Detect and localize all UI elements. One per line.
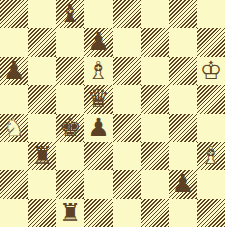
square-d8[interactable] — [84, 0, 112, 28]
chess-board-container: ♝♟♟♝♗♚♔♛♞♘♚♟♜♝♗♟♜ — [0, 0, 225, 227]
piece-glyph: ♟ — [169, 170, 197, 198]
square-a3[interactable] — [0, 142, 28, 170]
black-pawn-icon[interactable]: ♟ — [84, 114, 112, 142]
white-bishop-icon[interactable]: ♝♗ — [197, 142, 225, 170]
square-c5[interactable] — [56, 85, 84, 113]
square-e3[interactable] — [113, 142, 141, 170]
square-d6[interactable]: ♝♗ — [84, 57, 112, 85]
square-b5[interactable] — [28, 85, 56, 113]
square-e7[interactable] — [113, 28, 141, 56]
square-e8[interactable] — [113, 0, 141, 28]
black-pawn-icon[interactable]: ♟ — [169, 170, 197, 198]
square-f7[interactable] — [141, 28, 169, 56]
square-a8[interactable] — [0, 0, 28, 28]
square-d5[interactable]: ♛ — [84, 85, 112, 113]
piece-outline: ♗ — [197, 142, 225, 170]
square-g5[interactable] — [169, 85, 197, 113]
square-b4[interactable] — [28, 114, 56, 142]
square-g1[interactable] — [169, 199, 197, 227]
square-b3[interactable]: ♜ — [28, 142, 56, 170]
square-a1[interactable] — [0, 199, 28, 227]
square-c7[interactable] — [56, 28, 84, 56]
piece-glyph: ♚ — [56, 114, 84, 142]
square-a2[interactable] — [0, 170, 28, 198]
black-king-icon[interactable]: ♚ — [56, 114, 84, 142]
piece-glyph: ♟ — [84, 28, 112, 56]
piece-glyph: ♝ — [56, 0, 84, 28]
square-f6[interactable] — [141, 57, 169, 85]
square-f5[interactable] — [141, 85, 169, 113]
square-g6[interactable] — [169, 57, 197, 85]
chess-board: ♝♟♟♝♗♚♔♛♞♘♚♟♜♝♗♟♜ — [0, 0, 225, 227]
piece-outline: ♗ — [84, 57, 112, 85]
square-g8[interactable] — [169, 0, 197, 28]
square-f4[interactable] — [141, 114, 169, 142]
black-pawn-icon[interactable]: ♟ — [0, 57, 28, 85]
square-h3[interactable]: ♝♗ — [197, 142, 225, 170]
square-d4[interactable]: ♟ — [84, 114, 112, 142]
black-rook-icon[interactable]: ♜ — [56, 199, 84, 227]
square-g7[interactable] — [169, 28, 197, 56]
square-h4[interactable] — [197, 114, 225, 142]
piece-glyph: ♟ — [0, 57, 28, 85]
piece-glyph: ♟ — [84, 114, 112, 142]
black-pawn-icon[interactable]: ♟ — [84, 28, 112, 56]
square-b1[interactable] — [28, 199, 56, 227]
white-knight-icon[interactable]: ♞♘ — [0, 114, 28, 142]
square-e2[interactable] — [113, 170, 141, 198]
square-e6[interactable] — [113, 57, 141, 85]
piece-glyph: ♛ — [84, 85, 112, 113]
square-b2[interactable] — [28, 170, 56, 198]
square-b8[interactable] — [28, 0, 56, 28]
square-a7[interactable] — [0, 28, 28, 56]
square-d3[interactable] — [84, 142, 112, 170]
piece-outline: ♘ — [0, 114, 28, 142]
square-f1[interactable] — [141, 199, 169, 227]
piece-outline: ♔ — [197, 57, 225, 85]
piece-glyph: ♜ — [56, 199, 84, 227]
square-c6[interactable] — [56, 57, 84, 85]
square-b6[interactable] — [28, 57, 56, 85]
square-h5[interactable] — [197, 85, 225, 113]
square-c1[interactable]: ♜ — [56, 199, 84, 227]
square-a6[interactable]: ♟ — [0, 57, 28, 85]
square-e1[interactable] — [113, 199, 141, 227]
square-a4[interactable]: ♞♘ — [0, 114, 28, 142]
square-h6[interactable]: ♚♔ — [197, 57, 225, 85]
black-rook-icon[interactable]: ♜ — [28, 142, 56, 170]
square-c3[interactable] — [56, 142, 84, 170]
white-king-icon[interactable]: ♚♔ — [197, 57, 225, 85]
square-c4[interactable]: ♚ — [56, 114, 84, 142]
square-c2[interactable] — [56, 170, 84, 198]
black-bishop-icon[interactable]: ♝ — [56, 0, 84, 28]
square-c8[interactable]: ♝ — [56, 0, 84, 28]
square-h1[interactable] — [197, 199, 225, 227]
square-g2[interactable]: ♟ — [169, 170, 197, 198]
square-d1[interactable] — [84, 199, 112, 227]
square-g4[interactable] — [169, 114, 197, 142]
square-h7[interactable] — [197, 28, 225, 56]
square-d2[interactable] — [84, 170, 112, 198]
piece-glyph: ♜ — [28, 142, 56, 170]
square-g3[interactable] — [169, 142, 197, 170]
square-f8[interactable] — [141, 0, 169, 28]
square-f2[interactable] — [141, 170, 169, 198]
square-e4[interactable] — [113, 114, 141, 142]
square-b7[interactable] — [28, 28, 56, 56]
white-bishop-icon[interactable]: ♝♗ — [84, 57, 112, 85]
square-h2[interactable] — [197, 170, 225, 198]
square-e5[interactable] — [113, 85, 141, 113]
square-f3[interactable] — [141, 142, 169, 170]
black-queen-icon[interactable]: ♛ — [84, 85, 112, 113]
square-d7[interactable]: ♟ — [84, 28, 112, 56]
square-a5[interactable] — [0, 85, 28, 113]
square-h8[interactable] — [197, 0, 225, 28]
